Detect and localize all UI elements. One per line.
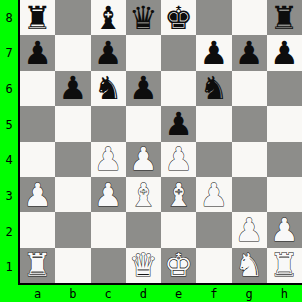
white-pawn[interactable]: ♟ bbox=[200, 179, 229, 211]
square-g4[interactable] bbox=[232, 142, 267, 177]
square-b7[interactable] bbox=[55, 35, 90, 70]
white-rook[interactable]: ♜ bbox=[23, 249, 52, 281]
square-c8[interactable]: ♝ bbox=[91, 0, 126, 35]
file-label-h: h bbox=[267, 285, 302, 302]
square-h7[interactable]: ♟ bbox=[267, 35, 302, 70]
square-d5[interactable] bbox=[126, 106, 161, 141]
square-a6[interactable] bbox=[20, 71, 55, 106]
square-a1[interactable]: ♜ bbox=[20, 248, 55, 283]
square-b2[interactable] bbox=[55, 212, 90, 247]
square-d3[interactable]: ♝ bbox=[126, 177, 161, 212]
square-d7[interactable] bbox=[126, 35, 161, 70]
black-knight[interactable]: ♞ bbox=[200, 72, 229, 104]
white-pawn[interactable]: ♟ bbox=[129, 143, 158, 175]
black-king[interactable]: ♚ bbox=[164, 2, 193, 34]
rank-label-6: 6 bbox=[0, 71, 18, 107]
square-a3[interactable]: ♟ bbox=[20, 177, 55, 212]
white-queen[interactable]: ♛ bbox=[129, 249, 158, 281]
file-label-g: g bbox=[232, 285, 267, 302]
square-f8[interactable] bbox=[196, 0, 231, 35]
white-bishop[interactable]: ♝ bbox=[164, 179, 193, 211]
white-pawn[interactable]: ♟ bbox=[235, 214, 264, 246]
chess-board: ♜♝♛♚♜♟♟♟♟♟♟♞♟♞♟♟♟♟♟♟♝♝♟♟♟♜♛♚♞♜ bbox=[18, 0, 302, 285]
rank-label-3: 3 bbox=[0, 178, 18, 214]
square-h8[interactable]: ♜ bbox=[267, 0, 302, 35]
rank-label-4: 4 bbox=[0, 143, 18, 179]
square-f3[interactable]: ♟ bbox=[196, 177, 231, 212]
white-pawn[interactable]: ♟ bbox=[270, 214, 299, 246]
square-c3[interactable]: ♟ bbox=[91, 177, 126, 212]
file-label-f: f bbox=[196, 285, 231, 302]
square-c5[interactable] bbox=[91, 106, 126, 141]
square-c4[interactable]: ♟ bbox=[91, 142, 126, 177]
square-e1[interactable]: ♚ bbox=[161, 248, 196, 283]
square-g2[interactable]: ♟ bbox=[232, 212, 267, 247]
square-f4[interactable] bbox=[196, 142, 231, 177]
square-a2[interactable] bbox=[20, 212, 55, 247]
black-pawn[interactable]: ♟ bbox=[164, 108, 193, 140]
black-pawn[interactable]: ♟ bbox=[270, 37, 299, 69]
rank-coordinate-gutter: 87654321 bbox=[0, 0, 18, 285]
black-bishop[interactable]: ♝ bbox=[94, 2, 123, 34]
square-a8[interactable]: ♜ bbox=[20, 0, 55, 35]
square-d6[interactable]: ♟ bbox=[126, 71, 161, 106]
square-d4[interactable]: ♟ bbox=[126, 142, 161, 177]
square-b4[interactable] bbox=[55, 142, 90, 177]
rank-label-1: 1 bbox=[0, 249, 18, 285]
square-g3[interactable] bbox=[232, 177, 267, 212]
white-pawn[interactable]: ♟ bbox=[164, 143, 193, 175]
square-h2[interactable]: ♟ bbox=[267, 212, 302, 247]
file-label-a: a bbox=[20, 285, 55, 302]
white-knight[interactable]: ♞ bbox=[235, 249, 264, 281]
black-pawn[interactable]: ♟ bbox=[94, 37, 123, 69]
file-label-c: c bbox=[91, 285, 126, 302]
square-h4[interactable] bbox=[267, 142, 302, 177]
white-king[interactable]: ♚ bbox=[164, 249, 193, 281]
square-a4[interactable] bbox=[20, 142, 55, 177]
file-label-b: b bbox=[55, 285, 90, 302]
white-bishop[interactable]: ♝ bbox=[129, 179, 158, 211]
square-b8[interactable] bbox=[55, 0, 90, 35]
square-g6[interactable] bbox=[232, 71, 267, 106]
square-c2[interactable] bbox=[91, 212, 126, 247]
square-h6[interactable] bbox=[267, 71, 302, 106]
black-pawn[interactable]: ♟ bbox=[129, 72, 158, 104]
square-e2[interactable] bbox=[161, 212, 196, 247]
file-label-e: e bbox=[161, 285, 196, 302]
square-f1[interactable] bbox=[196, 248, 231, 283]
square-e7[interactable] bbox=[161, 35, 196, 70]
square-e6[interactable] bbox=[161, 71, 196, 106]
black-rook[interactable]: ♜ bbox=[23, 2, 52, 34]
square-a7[interactable]: ♟ bbox=[20, 35, 55, 70]
square-c7[interactable]: ♟ bbox=[91, 35, 126, 70]
square-f6[interactable]: ♞ bbox=[196, 71, 231, 106]
square-e8[interactable]: ♚ bbox=[161, 0, 196, 35]
square-g5[interactable] bbox=[232, 106, 267, 141]
square-b5[interactable] bbox=[55, 106, 90, 141]
black-pawn[interactable]: ♟ bbox=[23, 37, 52, 69]
square-c6[interactable]: ♞ bbox=[91, 71, 126, 106]
square-b1[interactable] bbox=[55, 248, 90, 283]
black-knight[interactable]: ♞ bbox=[94, 72, 123, 104]
square-e3[interactable]: ♝ bbox=[161, 177, 196, 212]
square-g1[interactable]: ♞ bbox=[232, 248, 267, 283]
rank-label-2: 2 bbox=[0, 214, 18, 250]
black-pawn[interactable]: ♟ bbox=[59, 72, 88, 104]
square-d1[interactable]: ♛ bbox=[126, 248, 161, 283]
square-g7[interactable]: ♟ bbox=[232, 35, 267, 70]
rank-label-5: 5 bbox=[0, 107, 18, 143]
square-a5[interactable] bbox=[20, 106, 55, 141]
square-h3[interactable] bbox=[267, 177, 302, 212]
square-b6[interactable]: ♟ bbox=[55, 71, 90, 106]
square-g8[interactable] bbox=[232, 0, 267, 35]
square-f7[interactable]: ♟ bbox=[196, 35, 231, 70]
square-e4[interactable]: ♟ bbox=[161, 142, 196, 177]
square-f5[interactable] bbox=[196, 106, 231, 141]
black-rook[interactable]: ♜ bbox=[270, 2, 299, 34]
square-d8[interactable]: ♛ bbox=[126, 0, 161, 35]
square-b3[interactable] bbox=[55, 177, 90, 212]
black-pawn[interactable]: ♟ bbox=[235, 37, 264, 69]
white-rook[interactable]: ♜ bbox=[270, 249, 299, 281]
rank-label-7: 7 bbox=[0, 36, 18, 72]
white-pawn[interactable]: ♟ bbox=[23, 179, 52, 211]
file-coordinate-gutter: abcdefgh bbox=[18, 285, 302, 302]
square-f2[interactable] bbox=[196, 212, 231, 247]
black-queen[interactable]: ♛ bbox=[129, 2, 158, 34]
square-h1[interactable]: ♜ bbox=[267, 248, 302, 283]
file-label-d: d bbox=[126, 285, 161, 302]
square-e5[interactable]: ♟ bbox=[161, 106, 196, 141]
chess-app: 87654321 ♜♝♛♚♜♟♟♟♟♟♟♞♟♞♟♟♟♟♟♟♝♝♟♟♟♜♛♚♞♜ … bbox=[0, 0, 302, 302]
square-d2[interactable] bbox=[126, 212, 161, 247]
white-pawn[interactable]: ♟ bbox=[94, 179, 123, 211]
black-pawn[interactable]: ♟ bbox=[200, 37, 229, 69]
gutter-corner bbox=[0, 285, 18, 302]
square-h5[interactable] bbox=[267, 106, 302, 141]
white-pawn[interactable]: ♟ bbox=[94, 143, 123, 175]
square-c1[interactable] bbox=[91, 248, 126, 283]
rank-label-8: 8 bbox=[0, 0, 18, 36]
